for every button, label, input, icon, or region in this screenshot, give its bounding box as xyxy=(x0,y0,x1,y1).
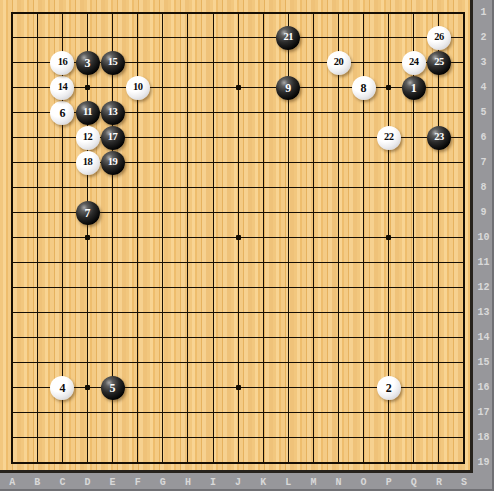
move-number: 21 xyxy=(284,32,294,43)
col-label-E: E xyxy=(104,473,122,491)
col-label-L: L xyxy=(279,473,297,491)
row-label-17: 17 xyxy=(473,404,494,422)
grid-line-vertical xyxy=(463,12,465,464)
stone-16-white-C3: 16 xyxy=(50,51,74,75)
col-label-D: D xyxy=(79,473,97,491)
star-point xyxy=(386,85,391,90)
row-label-2: 2 xyxy=(473,29,494,47)
star-point xyxy=(85,85,90,90)
col-label-I: I xyxy=(204,473,222,491)
move-number: 1 xyxy=(411,81,417,93)
row-label-14: 14 xyxy=(473,329,494,347)
stone-22-white-P6: 22 xyxy=(377,126,401,150)
star-point xyxy=(386,235,391,240)
grid-line-vertical xyxy=(338,12,339,464)
move-number: 18 xyxy=(83,157,93,168)
stone-26-white-R2: 26 xyxy=(427,26,451,50)
stone-1-black-Q4: 1 xyxy=(402,76,426,100)
grid-line-vertical xyxy=(263,12,264,464)
move-number: 12 xyxy=(83,132,93,143)
move-number: 20 xyxy=(334,57,344,68)
col-label-A: A xyxy=(3,473,21,491)
stone-5-black-E16: 5 xyxy=(101,376,125,400)
row-label-5: 5 xyxy=(473,104,494,122)
star-point xyxy=(85,385,90,390)
grid-line-horizontal xyxy=(11,362,465,363)
col-label-S: S xyxy=(455,473,473,491)
grid-line-horizontal xyxy=(11,462,465,464)
row-label-3: 3 xyxy=(473,54,494,72)
col-label-B: B xyxy=(28,473,46,491)
row-label-16: 16 xyxy=(473,379,494,397)
go-board[interactable]: 1234567891011121314151617181920212223242… xyxy=(0,0,473,473)
stone-8-white-O4: 8 xyxy=(352,76,376,100)
stone-2-white-P16: 2 xyxy=(377,376,401,400)
col-label-R: R xyxy=(430,473,448,491)
stone-6-white-C5: 6 xyxy=(50,101,74,125)
stone-19-black-E7: 19 xyxy=(101,151,125,175)
col-label-G: G xyxy=(154,473,172,491)
row-label-12: 12 xyxy=(473,279,494,297)
move-number: 4 xyxy=(59,381,65,393)
grid-line-vertical xyxy=(313,12,314,464)
move-number: 25 xyxy=(434,57,444,68)
grid-line-vertical xyxy=(438,12,439,464)
stone-3-black-D3: 3 xyxy=(76,51,100,75)
col-label-Q: Q xyxy=(405,473,423,491)
move-number: 19 xyxy=(108,157,118,168)
move-number: 24 xyxy=(409,57,419,68)
col-label-P: P xyxy=(380,473,398,491)
move-number: 6 xyxy=(59,106,65,118)
row-label-1: 1 xyxy=(473,4,494,22)
move-number: 2 xyxy=(386,381,392,393)
grid-line-horizontal xyxy=(11,337,465,338)
stone-23-black-R6: 23 xyxy=(427,126,451,150)
row-label-15: 15 xyxy=(473,354,494,372)
col-label-F: F xyxy=(129,473,147,491)
col-label-M: M xyxy=(304,473,322,491)
move-number: 5 xyxy=(110,381,116,393)
stone-15-black-E3: 15 xyxy=(101,51,125,75)
col-label-J: J xyxy=(229,473,247,491)
row-label-18: 18 xyxy=(473,429,494,447)
stone-18-white-D7: 18 xyxy=(76,151,100,175)
star-point xyxy=(236,85,241,90)
col-label-K: K xyxy=(254,473,272,491)
grid-line-horizontal xyxy=(11,287,465,288)
row-label-10: 10 xyxy=(473,229,494,247)
move-number: 11 xyxy=(83,107,92,118)
column-labels-strip: ABCDEFGHIJKLMNOPQRS xyxy=(0,473,494,491)
row-labels-strip: 12345678910111213141516171819 xyxy=(473,0,494,491)
move-number: 16 xyxy=(58,57,68,68)
move-number: 7 xyxy=(85,206,91,218)
stone-14-white-C4: 14 xyxy=(50,76,74,100)
row-label-8: 8 xyxy=(473,179,494,197)
move-number: 26 xyxy=(434,32,444,43)
move-number: 9 xyxy=(285,81,291,93)
stone-7-black-D9: 7 xyxy=(76,201,100,225)
stone-9-black-L4: 9 xyxy=(276,76,300,100)
row-label-4: 4 xyxy=(473,79,494,97)
move-number: 3 xyxy=(85,56,91,68)
stone-24-white-Q3: 24 xyxy=(402,51,426,75)
move-number: 13 xyxy=(108,107,118,118)
row-label-13: 13 xyxy=(473,304,494,322)
move-number: 17 xyxy=(108,132,118,143)
col-label-N: N xyxy=(330,473,348,491)
move-number: 10 xyxy=(133,82,143,93)
star-point xyxy=(236,235,241,240)
col-label-O: O xyxy=(355,473,373,491)
move-number: 15 xyxy=(108,57,118,68)
stone-11-black-D5: 11 xyxy=(76,101,100,125)
col-label-H: H xyxy=(179,473,197,491)
row-label-11: 11 xyxy=(473,254,494,272)
star-point xyxy=(85,235,90,240)
stone-20-white-N3: 20 xyxy=(327,51,351,75)
grid-line-horizontal xyxy=(11,437,465,438)
grid-line-horizontal xyxy=(11,262,465,263)
star-point xyxy=(236,385,241,390)
move-number: 23 xyxy=(434,132,444,143)
grid-line-horizontal xyxy=(11,412,465,413)
row-label-6: 6 xyxy=(473,129,494,147)
stone-17-black-E6: 17 xyxy=(101,126,125,150)
stone-10-white-F4: 10 xyxy=(126,76,150,100)
row-label-9: 9 xyxy=(473,204,494,222)
stone-12-white-D6: 12 xyxy=(76,126,100,150)
stone-21-black-L2: 21 xyxy=(276,26,300,50)
move-number: 14 xyxy=(58,82,68,93)
grid-line-horizontal xyxy=(11,312,465,313)
move-number: 22 xyxy=(384,132,394,143)
row-label-7: 7 xyxy=(473,154,494,172)
stone-25-black-R3: 25 xyxy=(427,51,451,75)
stone-13-black-E5: 13 xyxy=(101,101,125,125)
stone-4-white-C16: 4 xyxy=(50,376,74,400)
move-number: 8 xyxy=(361,81,367,93)
row-label-19: 19 xyxy=(473,454,494,472)
col-label-C: C xyxy=(53,473,71,491)
go-board-diagram: 1234567891011121314151617181920212223242… xyxy=(0,0,494,491)
